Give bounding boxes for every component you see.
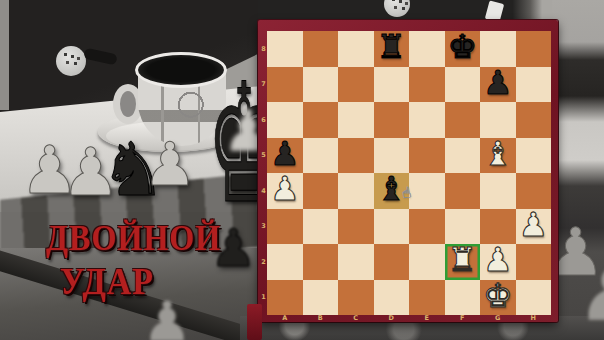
square-d7[interactable]	[374, 67, 410, 103]
square-d3[interactable]	[374, 209, 410, 245]
white-king-g1[interactable]: ♚	[480, 278, 516, 314]
black-pawn-g7[interactable]: ♟	[480, 65, 516, 101]
square-b7[interactable]	[303, 67, 339, 103]
square-c1[interactable]	[338, 280, 374, 316]
square-g6[interactable]	[480, 102, 516, 138]
white-bishop-g5[interactable]: ♝	[480, 136, 516, 172]
photo-red-object	[247, 304, 262, 340]
square-e4[interactable]	[409, 173, 445, 209]
rank-labels: 87654321	[260, 31, 267, 315]
square-e5[interactable]	[409, 138, 445, 174]
square-f8[interactable]: ♚	[445, 31, 481, 67]
square-d5[interactable]	[374, 138, 410, 174]
square-a7[interactable]	[267, 67, 303, 103]
square-a6[interactable]	[267, 102, 303, 138]
rank-label-7: 7	[260, 67, 267, 103]
square-c4[interactable]	[338, 173, 374, 209]
square-b5[interactable]	[303, 138, 339, 174]
file-label-h: H	[516, 314, 552, 322]
file-label-b: B	[303, 314, 339, 322]
square-h2[interactable]	[516, 244, 552, 280]
square-h8[interactable]	[516, 31, 552, 67]
photo-shirt-collar	[485, 0, 504, 22]
rank-label-3: 3	[260, 209, 267, 245]
lapel-badge-icon	[56, 46, 86, 76]
square-f4[interactable]	[445, 173, 481, 209]
square-h4[interactable]	[516, 173, 552, 209]
square-g5[interactable]: ♝	[480, 138, 516, 174]
square-e3[interactable]	[409, 209, 445, 245]
square-b8[interactable]	[303, 31, 339, 67]
square-g3[interactable]	[480, 209, 516, 245]
square-h3[interactable]: ♟	[516, 209, 552, 245]
square-a5[interactable]: ♟	[267, 138, 303, 174]
file-label-e: E	[409, 314, 445, 322]
square-g2[interactable]: ♟	[480, 244, 516, 280]
square-h1[interactable]	[516, 280, 552, 316]
square-d6[interactable]	[374, 102, 410, 138]
square-b3[interactable]	[303, 209, 339, 245]
square-b1[interactable]	[303, 280, 339, 316]
square-f5[interactable]	[445, 138, 481, 174]
rank-label-6: 6	[260, 102, 267, 138]
white-pawn-g2[interactable]: ♟	[480, 242, 516, 278]
photo-pawn-left-3: ♟	[143, 134, 197, 194]
page: ♟♟♞♟♚♟♟♟♟♟ ДВОЙНОЙ УДАР 87654321 ♜♚♟♟♝♟♝…	[0, 0, 604, 340]
square-c8[interactable]	[338, 31, 374, 67]
square-h6[interactable]	[516, 102, 552, 138]
square-c3[interactable]	[338, 209, 374, 245]
square-g7[interactable]: ♟	[480, 67, 516, 103]
square-b4[interactable]	[303, 173, 339, 209]
caption-line-2: УДАР	[60, 263, 154, 300]
file-label-d: D	[374, 314, 410, 322]
square-h5[interactable]	[516, 138, 552, 174]
caption-line-1: ДВОЙНОЙ	[46, 221, 221, 256]
white-pawn-h3[interactable]: ♟	[516, 207, 552, 243]
square-e6[interactable]	[409, 102, 445, 138]
square-a3[interactable]	[267, 209, 303, 245]
black-pawn-a5[interactable]: ♟	[267, 136, 303, 172]
square-a1[interactable]	[267, 280, 303, 316]
square-b6[interactable]	[303, 102, 339, 138]
rank-label-4: 4	[260, 173, 267, 209]
rank-label-5: 5	[260, 138, 267, 174]
square-g8[interactable]	[480, 31, 516, 67]
rank-label-2: 2	[260, 244, 267, 280]
file-label-f: F	[445, 314, 481, 322]
square-d1[interactable]	[374, 280, 410, 316]
square-h7[interactable]	[516, 67, 552, 103]
square-b2[interactable]	[303, 244, 339, 280]
file-label-a: A	[267, 314, 303, 322]
square-e8[interactable]	[409, 31, 445, 67]
square-c5[interactable]	[338, 138, 374, 174]
black-king-f8[interactable]: ♚	[445, 29, 481, 65]
square-c7[interactable]	[338, 67, 374, 103]
badge-pattern	[64, 53, 67, 56]
square-g4[interactable]	[480, 173, 516, 209]
file-labels: ABCDEFGH	[267, 314, 551, 322]
white-rook-f2[interactable]: ♜	[445, 242, 481, 278]
square-f6[interactable]	[445, 102, 481, 138]
file-label-g: G	[480, 314, 516, 322]
chess-board-frame: 87654321 ♜♚♟♟♝♟♝♟♜♟♚ ABCDEFGH	[258, 20, 558, 322]
square-d8[interactable]: ♜	[374, 31, 410, 67]
white-pawn-a4[interactable]: ♟	[267, 171, 303, 207]
lapel-badge-icon-2	[384, 0, 410, 17]
square-g1[interactable]: ♚	[480, 280, 516, 316]
square-c2[interactable]	[338, 244, 374, 280]
badge-pattern	[392, 0, 395, 1]
square-a2[interactable]	[267, 244, 303, 280]
square-a8[interactable]	[267, 31, 303, 67]
square-f7[interactable]	[445, 67, 481, 103]
board-squares: ♜♚♟♟♝♟♝♟♜♟♚	[267, 31, 551, 315]
square-f3[interactable]	[445, 209, 481, 245]
square-d2[interactable]	[374, 244, 410, 280]
black-rook-d8[interactable]: ♜	[374, 29, 410, 65]
square-e2[interactable]	[409, 244, 445, 280]
square-c6[interactable]	[338, 102, 374, 138]
square-f1[interactable]	[445, 280, 481, 316]
square-a4[interactable]: ♟	[267, 173, 303, 209]
photo-pawn-right-2: ♟	[575, 244, 604, 334]
square-e7[interactable]	[409, 67, 445, 103]
photo-background-sliver	[0, 0, 9, 110]
square-e1[interactable]	[409, 280, 445, 316]
square-f2[interactable]: ♜	[445, 244, 481, 280]
photo-top-strip	[258, 0, 554, 22]
file-label-c: C	[338, 314, 374, 322]
rank-label-8: 8	[260, 31, 267, 67]
